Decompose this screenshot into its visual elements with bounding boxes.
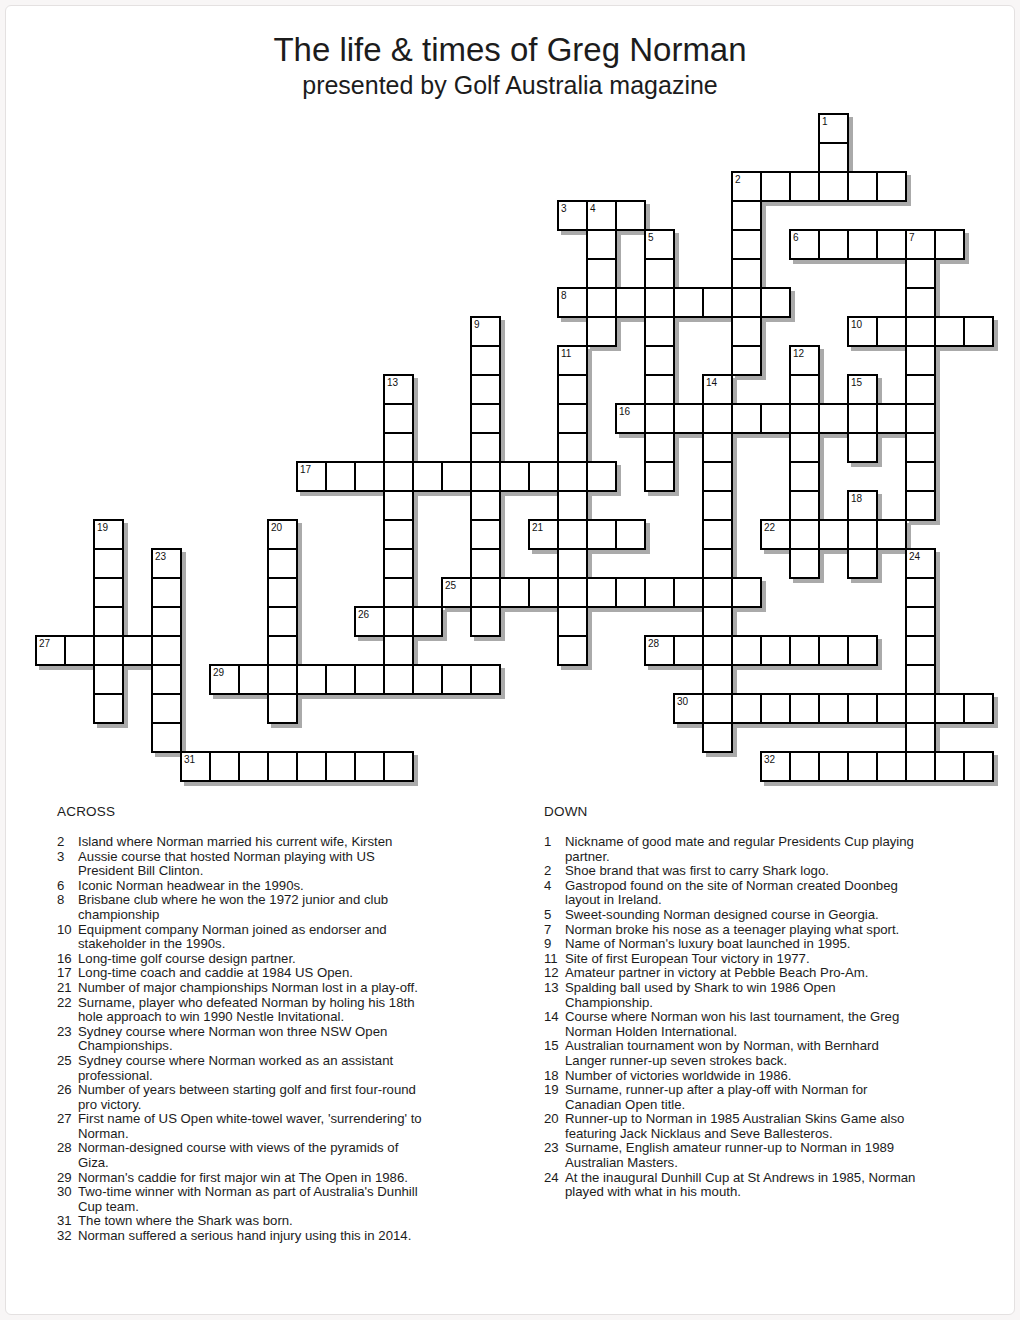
clue-number: 5 — [544, 908, 565, 923]
grid-cell-r10c25[interactable] — [760, 403, 791, 434]
across-clue-item: 27First name of US Open white-towel wave… — [57, 1112, 437, 1141]
grid-cell-r17c15[interactable] — [470, 606, 501, 637]
clue-text: Sweet-sounding Norman designed course in… — [565, 908, 917, 923]
grid-cell-r10c15[interactable] — [470, 403, 501, 434]
grid-cell-r19c9[interactable] — [296, 664, 327, 695]
grid-cell-r4c26[interactable]: 6 — [789, 229, 820, 260]
grid-cell-r18c27[interactable] — [818, 635, 849, 666]
grid-cell-r6c21[interactable] — [644, 287, 675, 318]
clue-number: 26 — [57, 1083, 78, 1112]
grid-cell-r2c24[interactable]: 2 — [731, 171, 762, 202]
grid-cell-r20c30[interactable] — [905, 693, 936, 724]
clue-text: Number of victories worldwide in 1986. — [565, 1069, 917, 1084]
grid-cell-r20c22[interactable]: 30 — [673, 693, 704, 724]
grid-cell-r14c29[interactable] — [876, 519, 907, 550]
down-clue-item: 15Australian tournament won by Norman, w… — [544, 1039, 924, 1068]
clue-number: 28 — [57, 1141, 78, 1170]
clue-text: Amateur partner in victory at Pebble Bea… — [565, 966, 917, 981]
grid-cell-r16c19[interactable] — [586, 577, 617, 608]
grid-cell-r22c32[interactable] — [963, 751, 994, 782]
clue-number: 12 — [544, 966, 565, 981]
grid-cell-r4c21[interactable]: 5 — [644, 229, 675, 260]
grid-cell-r17c18[interactable] — [557, 606, 588, 637]
grid-cell-r6c18[interactable]: 8 — [557, 287, 588, 318]
grid-cell-r9c15[interactable] — [470, 374, 501, 405]
grid-cell-r4c27[interactable] — [818, 229, 849, 260]
grid-cell-r18c21[interactable]: 28 — [644, 635, 675, 666]
grid-cell-r17c8[interactable] — [267, 606, 298, 637]
grid-cell-r14c23[interactable] — [702, 519, 733, 550]
grid-cell-r14c2[interactable]: 19 — [93, 519, 124, 550]
grid-cell-r12c16[interactable] — [499, 461, 530, 492]
grid-cell-r11c28[interactable] — [847, 432, 878, 463]
grid-cell-r12c18[interactable] — [557, 461, 588, 492]
clue-number: 8 — [57, 893, 78, 922]
grid-cell-r12c26[interactable] — [789, 461, 820, 492]
grid-cell-r22c27[interactable] — [818, 751, 849, 782]
grid-cell-r10c23[interactable] — [702, 403, 733, 434]
grid-cell-r9c30[interactable] — [905, 374, 936, 405]
clue-number: 23 — [544, 1141, 565, 1170]
grid-cell-r14c27[interactable] — [818, 519, 849, 550]
clue-number: 16 — [57, 952, 78, 967]
grid-cell-r22c30[interactable] — [905, 751, 936, 782]
grid-cell-r12c23[interactable] — [702, 461, 733, 492]
grid-cell-r18c26[interactable] — [789, 635, 820, 666]
clue-text: Norman suffered a serious hand injury us… — [78, 1229, 430, 1244]
grid-cell-r14c15[interactable] — [470, 519, 501, 550]
down-heading: DOWN — [544, 804, 924, 819]
grid-cell-r1c27[interactable] — [818, 142, 849, 173]
grid-cell-r4c19[interactable] — [586, 229, 617, 260]
grid-cell-r2c26[interactable] — [789, 171, 820, 202]
grid-cell-r8c21[interactable] — [644, 345, 675, 376]
down-clue-item: 20Runner-up to Norman in 1985 Australian… — [544, 1112, 924, 1141]
clue-number: 29 — [57, 1171, 78, 1186]
clue-text: Island where Norman married his current … — [78, 835, 430, 850]
grid-cell-r14c20[interactable] — [615, 519, 646, 550]
grid-cell-r14c26[interactable] — [789, 519, 820, 550]
grid-cell-r17c30[interactable] — [905, 606, 936, 637]
across-heading: ACROSS — [57, 804, 437, 819]
grid-cell-r7c30[interactable] — [905, 316, 936, 347]
grid-cell-r19c30[interactable] — [905, 664, 936, 695]
grid-cell-r9c12[interactable]: 13 — [383, 374, 414, 405]
grid-cell-r12c30[interactable] — [905, 461, 936, 492]
grid-cell-r14c18[interactable] — [557, 519, 588, 550]
clue-text: Site of first European Tour victory in 1… — [565, 952, 917, 967]
grid-cell-r5c24[interactable] — [731, 258, 762, 289]
across-clue-item: 8Brisbane club where he won the 1972 jun… — [57, 893, 437, 922]
grid-cell-r10c27[interactable] — [818, 403, 849, 434]
grid-cell-r16c12[interactable] — [383, 577, 414, 608]
clue-text: Number of major championships Norman los… — [78, 981, 430, 996]
grid-cell-r16c23[interactable] — [702, 577, 733, 608]
grid-cell-r22c31[interactable] — [934, 751, 965, 782]
grid-cell-r18c23[interactable] — [702, 635, 733, 666]
grid-cell-r11c21[interactable] — [644, 432, 675, 463]
across-clue-item: 30Two-time winner with Norman as part of… — [57, 1185, 437, 1214]
grid-cell-r11c30[interactable] — [905, 432, 936, 463]
cell-number: 13 — [387, 377, 398, 388]
across-clue-item: 3Aussie course that hosted Norman playin… — [57, 850, 437, 879]
grid-cell-r19c4[interactable] — [151, 664, 182, 695]
cell-number: 26 — [358, 609, 369, 620]
across-clue-item: 6Iconic Norman headwear in the 1990s. — [57, 879, 437, 894]
grid-cell-r10c24[interactable] — [731, 403, 762, 434]
grid-cell-r21c30[interactable] — [905, 722, 936, 753]
grid-cell-r15c26[interactable] — [789, 548, 820, 579]
clue-text: Sydney course where Norman worked as an … — [78, 1054, 430, 1083]
clue-text: Iconic Norman headwear in the 1990s. — [78, 879, 430, 894]
grid-cell-r7c32[interactable] — [963, 316, 994, 347]
clue-text: Brisbane club where he won the 1972 juni… — [78, 893, 430, 922]
down-clue-item: 24At the inaugural Dunhill Cup at St And… — [544, 1171, 924, 1200]
grid-cell-r20c23[interactable] — [702, 693, 733, 724]
grid-cell-r13c15[interactable] — [470, 490, 501, 521]
grid-cell-r10c28[interactable] — [847, 403, 878, 434]
across-clue-list: 2Island where Norman married his current… — [57, 835, 437, 1244]
grid-cell-r12c9[interactable]: 17 — [296, 461, 327, 492]
across-clue-item: 31The town where the Shark was born. — [57, 1214, 437, 1229]
grid-cell-r8c30[interactable] — [905, 345, 936, 376]
grid-cell-r16c30[interactable] — [905, 577, 936, 608]
across-clue-item: 17Long-time coach and caddie at 1984 US … — [57, 966, 437, 981]
grid-cell-r20c4[interactable] — [151, 693, 182, 724]
grid-cell-r9c18[interactable] — [557, 374, 588, 405]
grid-cell-r20c8[interactable] — [267, 693, 298, 724]
grid-cell-r6c20[interactable] — [615, 287, 646, 318]
clue-number: 2 — [57, 835, 78, 850]
grid-cell-r22c12[interactable] — [383, 751, 414, 782]
grid-cell-r20c26[interactable] — [789, 693, 820, 724]
clue-text: Surname, player who defeated Norman by h… — [78, 996, 430, 1025]
grid-cell-r13c30[interactable] — [905, 490, 936, 521]
grid-cell-r6c30[interactable] — [905, 287, 936, 318]
grid-cell-r22c8[interactable] — [267, 751, 298, 782]
grid-cell-r15c8[interactable] — [267, 548, 298, 579]
cell-number: 9 — [474, 319, 480, 330]
grid-cell-r13c12[interactable] — [383, 490, 414, 521]
grid-cell-r6c25[interactable] — [760, 287, 791, 318]
grid-cell-r13c26[interactable] — [789, 490, 820, 521]
clue-text: Aussie course that hosted Norman playing… — [78, 850, 430, 879]
clue-text: Two-time winner with Norman as part of A… — [78, 1185, 430, 1214]
grid-cell-r16c22[interactable] — [673, 577, 704, 608]
grid-cell-r20c31[interactable] — [934, 693, 965, 724]
grid-cell-r12c12[interactable] — [383, 461, 414, 492]
clue-text: Course where Norman won his last tournam… — [565, 1010, 917, 1039]
grid-cell-r18c24[interactable] — [731, 635, 762, 666]
grid-cell-r14c12[interactable] — [383, 519, 414, 550]
grid-cell-r18c4[interactable] — [151, 635, 182, 666]
grid-cell-r19c10[interactable] — [325, 664, 356, 695]
grid-cell-r18c30[interactable] — [905, 635, 936, 666]
clue-text: At the inaugural Dunhill Cup at St Andre… — [565, 1171, 917, 1200]
grid-cell-r16c16[interactable] — [499, 577, 530, 608]
grid-cell-r14c28[interactable] — [847, 519, 878, 550]
grid-cell-r7c29[interactable] — [876, 316, 907, 347]
cell-number: 22 — [764, 522, 775, 533]
grid-cell-r22c25[interactable]: 32 — [760, 751, 791, 782]
grid-cell-r17c23[interactable] — [702, 606, 733, 637]
grid-cell-r18c18[interactable] — [557, 635, 588, 666]
grid-cell-r15c18[interactable] — [557, 548, 588, 579]
cell-number: 32 — [764, 754, 775, 765]
cell-number: 3 — [561, 203, 567, 214]
grid-cell-r15c15[interactable] — [470, 548, 501, 579]
grid-cell-r10c12[interactable] — [383, 403, 414, 434]
grid-cell-r19c23[interactable] — [702, 664, 733, 695]
grid-cell-r16c14[interactable]: 25 — [441, 577, 472, 608]
across-clue-item: 32Norman suffered a serious hand injury … — [57, 1229, 437, 1244]
grid-cell-r4c24[interactable] — [731, 229, 762, 260]
grid-cell-r18c12[interactable] — [383, 635, 414, 666]
grid-cell-r12c14[interactable] — [441, 461, 472, 492]
grid-cell-r16c4[interactable] — [151, 577, 182, 608]
grid-cell-r2c29[interactable] — [876, 171, 907, 202]
grid-cell-r6c24[interactable] — [731, 287, 762, 318]
grid-cell-r7c15[interactable]: 9 — [470, 316, 501, 347]
grid-cell-r3c18[interactable]: 3 — [557, 200, 588, 231]
cell-number: 17 — [300, 464, 311, 475]
grid-cell-r19c11[interactable] — [354, 664, 385, 695]
grid-cell-r0c27[interactable]: 1 — [818, 113, 849, 144]
grid-cell-r16c17[interactable] — [528, 577, 559, 608]
grid-cell-r14c17[interactable]: 21 — [528, 519, 559, 550]
grid-cell-r12c21[interactable] — [644, 461, 675, 492]
clue-text: The town where the Shark was born. — [78, 1214, 430, 1229]
grid-cell-r2c25[interactable] — [760, 171, 791, 202]
clue-number: 23 — [57, 1025, 78, 1054]
across-clue-item: 21Number of major championships Norman l… — [57, 981, 437, 996]
grid-cell-r17c4[interactable] — [151, 606, 182, 637]
clue-text: Long-time coach and caddie at 1984 US Op… — [78, 966, 430, 981]
grid-cell-r7c19[interactable] — [586, 316, 617, 347]
grid-cell-r22c29[interactable] — [876, 751, 907, 782]
grid-cell-r12c15[interactable] — [470, 461, 501, 492]
clue-text: Shoe brand that was first to carry Shark… — [565, 864, 917, 879]
grid-cell-r22c28[interactable] — [847, 751, 878, 782]
grid-cell-r22c6[interactable] — [209, 751, 240, 782]
clue-text: Equipment company Norman joined as endor… — [78, 923, 430, 952]
grid-cell-r12c11[interactable] — [354, 461, 385, 492]
grid-cell-r10c22[interactable] — [673, 403, 704, 434]
grid-cell-r10c30[interactable] — [905, 403, 936, 434]
grid-cell-r20c32[interactable] — [963, 693, 994, 724]
grid-cell-r13c23[interactable] — [702, 490, 733, 521]
down-clue-item: 18Number of victories worldwide in 1986. — [544, 1069, 924, 1084]
grid-cell-r22c5[interactable]: 31 — [180, 751, 211, 782]
grid-cell-r14c8[interactable]: 20 — [267, 519, 298, 550]
grid-cell-r10c21[interactable] — [644, 403, 675, 434]
grid-cell-r22c26[interactable] — [789, 751, 820, 782]
grid-cell-r19c12[interactable] — [383, 664, 414, 695]
grid-cell-r16c15[interactable] — [470, 577, 501, 608]
grid-cell-r9c28[interactable]: 15 — [847, 374, 878, 405]
grid-cell-r16c24[interactable] — [731, 577, 762, 608]
grid-cell-r14c25[interactable]: 22 — [760, 519, 791, 550]
grid-cell-r11c26[interactable] — [789, 432, 820, 463]
grid-cell-r15c2[interactable] — [93, 548, 124, 579]
grid-cell-r10c29[interactable] — [876, 403, 907, 434]
grid-cell-r17c11[interactable]: 26 — [354, 606, 385, 637]
grid-cell-r15c23[interactable] — [702, 548, 733, 579]
grid-cell-r7c24[interactable] — [731, 316, 762, 347]
grid-cell-r12c13[interactable] — [412, 461, 443, 492]
cell-number: 5 — [648, 232, 654, 243]
grid-cell-r8c18[interactable]: 11 — [557, 345, 588, 376]
grid-cell-r22c11[interactable] — [354, 751, 385, 782]
cell-number: 12 — [793, 348, 804, 359]
cell-number: 30 — [677, 696, 688, 707]
clue-number: 31 — [57, 1214, 78, 1229]
grid-cell-r22c9[interactable] — [296, 751, 327, 782]
grid-cell-r7c31[interactable] — [934, 316, 965, 347]
cell-number: 10 — [851, 319, 862, 330]
clue-text: First name of US Open white-towel waver,… — [78, 1112, 430, 1141]
grid-cell-r18c22[interactable] — [673, 635, 704, 666]
down-clue-item: 14Course where Norman won his last tourn… — [544, 1010, 924, 1039]
cell-number: 25 — [445, 580, 456, 591]
grid-cell-r21c4[interactable] — [151, 722, 182, 753]
grid-cell-r20c28[interactable] — [847, 693, 878, 724]
grid-cell-r8c24[interactable] — [731, 345, 762, 376]
grid-cell-r20c24[interactable] — [731, 693, 762, 724]
grid-cell-r4c28[interactable] — [847, 229, 878, 260]
cell-number: 16 — [619, 406, 630, 417]
grid-cell-r18c28[interactable] — [847, 635, 878, 666]
grid-cell-r19c6[interactable]: 29 — [209, 664, 240, 695]
grid-cell-r11c23[interactable] — [702, 432, 733, 463]
clue-number: 20 — [544, 1112, 565, 1141]
grid-cell-r17c13[interactable] — [412, 606, 443, 637]
across-clues: ACROSS 2Island where Norman married his … — [57, 804, 437, 1244]
clue-number: 22 — [57, 996, 78, 1025]
grid-cell-r3c19[interactable]: 4 — [586, 200, 617, 231]
grid-cell-r15c4[interactable]: 23 — [151, 548, 182, 579]
grid-cell-r20c27[interactable] — [818, 693, 849, 724]
grid-cell-r20c25[interactable] — [760, 693, 791, 724]
grid-cell-r11c18[interactable] — [557, 432, 588, 463]
grid-cell-r2c27[interactable] — [818, 171, 849, 202]
grid-cell-r16c2[interactable] — [93, 577, 124, 608]
grid-cell-r20c2[interactable] — [93, 693, 124, 724]
grid-cell-r15c30[interactable]: 24 — [905, 548, 936, 579]
grid-cell-r19c7[interactable] — [238, 664, 269, 695]
down-clue-item: 1Nickname of good mate and regular Presi… — [544, 835, 924, 864]
grid-cell-r22c10[interactable] — [325, 751, 356, 782]
clue-text: Sydney course where Norman won three NSW… — [78, 1025, 430, 1054]
clue-number: 7 — [544, 923, 565, 938]
clue-number: 21 — [57, 981, 78, 996]
grid-cell-r18c8[interactable] — [267, 635, 298, 666]
clue-text: Norman's caddie for first major win at T… — [78, 1171, 430, 1186]
down-clues: DOWN 1Nickname of good mate and regular … — [544, 804, 924, 1200]
down-clue-item: 7Norman broke his nose as a teenager pla… — [544, 923, 924, 938]
grid-cell-r4c29[interactable] — [876, 229, 907, 260]
grid-cell-r14c19[interactable] — [586, 519, 617, 550]
grid-cell-r3c24[interactable] — [731, 200, 762, 231]
grid-cell-r21c23[interactable] — [702, 722, 733, 753]
grid-cell-r19c13[interactable] — [412, 664, 443, 695]
grid-cell-r19c14[interactable] — [441, 664, 472, 695]
grid-cell-r17c12[interactable] — [383, 606, 414, 637]
clue-number: 17 — [57, 966, 78, 981]
grid-cell-r2c28[interactable] — [847, 171, 878, 202]
clue-text: Surname, runner-up after a play-off with… — [565, 1083, 917, 1112]
down-clue-item: 11Site of first European Tour victory in… — [544, 952, 924, 967]
cell-number: 14 — [706, 377, 717, 388]
grid-cell-r11c12[interactable] — [383, 432, 414, 463]
grid-cell-r10c20[interactable]: 16 — [615, 403, 646, 434]
grid-cell-r9c23[interactable]: 14 — [702, 374, 733, 405]
grid-cell-r3c20[interactable] — [615, 200, 646, 231]
grid-cell-r13c18[interactable] — [557, 490, 588, 521]
grid-cell-r6c23[interactable] — [702, 287, 733, 318]
grid-cell-r16c20[interactable] — [615, 577, 646, 608]
grid-cell-r18c2[interactable] — [93, 635, 124, 666]
grid-cell-r4c30[interactable]: 7 — [905, 229, 936, 260]
grid-cell-r10c18[interactable] — [557, 403, 588, 434]
grid-cell-r6c19[interactable] — [586, 287, 617, 318]
grid-cell-r17c2[interactable] — [93, 606, 124, 637]
grid-cell-r20c29[interactable] — [876, 693, 907, 724]
grid-cell-r5c19[interactable] — [586, 258, 617, 289]
grid-cell-r16c18[interactable] — [557, 577, 588, 608]
grid-cell-r12c17[interactable] — [528, 461, 559, 492]
grid-cell-r6c22[interactable] — [673, 287, 704, 318]
grid-cell-r9c26[interactable] — [789, 374, 820, 405]
grid-cell-r19c2[interactable] — [93, 664, 124, 695]
clue-number: 4 — [544, 879, 565, 908]
grid-cell-r15c28[interactable] — [847, 548, 878, 579]
grid-cell-r8c26[interactable]: 12 — [789, 345, 820, 376]
grid-cell-r11c15[interactable] — [470, 432, 501, 463]
down-clue-list: 1Nickname of good mate and regular Presi… — [544, 835, 924, 1200]
clue-number: 11 — [544, 952, 565, 967]
grid-cell-r18c25[interactable] — [760, 635, 791, 666]
grid-cell-r19c15[interactable] — [470, 664, 501, 695]
grid-cell-r7c28[interactable]: 10 — [847, 316, 878, 347]
grid-cell-r18c0[interactable]: 27 — [35, 635, 66, 666]
cell-number: 8 — [561, 290, 567, 301]
grid-cell-r13c28[interactable]: 18 — [847, 490, 878, 521]
grid-cell-r4c31[interactable] — [934, 229, 965, 260]
down-clue-item: 9Name of Norman's luxury boat launched i… — [544, 937, 924, 952]
cell-number: 28 — [648, 638, 659, 649]
grid-cell-r15c12[interactable] — [383, 548, 414, 579]
grid-cell-r8c15[interactable] — [470, 345, 501, 376]
clue-number: 19 — [544, 1083, 565, 1112]
grid-cell-r12c10[interactable] — [325, 461, 356, 492]
grid-cell-r16c8[interactable] — [267, 577, 298, 608]
grid-cell-r5c21[interactable] — [644, 258, 675, 289]
grid-cell-r18c3[interactable] — [122, 635, 153, 666]
grid-cell-r12c19[interactable] — [586, 461, 617, 492]
grid-cell-r10c26[interactable] — [789, 403, 820, 434]
cell-number: 11 — [561, 348, 571, 359]
grid-cell-r9c21[interactable] — [644, 374, 675, 405]
grid-cell-r19c8[interactable] — [267, 664, 298, 695]
grid-cell-r5c30[interactable] — [905, 258, 936, 289]
grid-cell-r16c21[interactable] — [644, 577, 675, 608]
grid-cell-r18c1[interactable] — [64, 635, 95, 666]
clue-number: 24 — [544, 1171, 565, 1200]
grid-cell-r22c7[interactable] — [238, 751, 269, 782]
grid-cell-r7c21[interactable] — [644, 316, 675, 347]
cell-number: 7 — [909, 232, 915, 243]
